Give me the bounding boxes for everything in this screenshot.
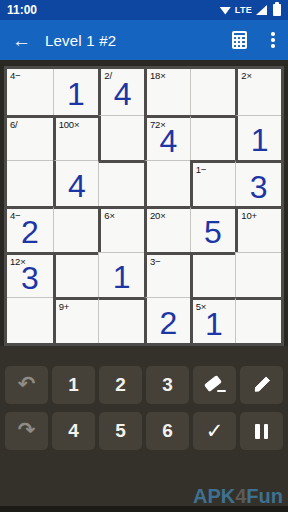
cell-r5c4[interactable]: 3− [144,252,190,298]
calculator-button[interactable] [226,27,252,53]
cage-label: 18× [150,70,166,81]
cell-r2c5[interactable] [190,115,236,161]
keypad-row-1: ↶123 [0,366,288,404]
cell-r4c4[interactable]: 20× [144,206,190,252]
page-title: Level 1 #2 [45,32,116,49]
check-icon: ✓ [206,419,224,443]
cell-r5c1[interactable]: 12×3 [7,252,53,298]
watermark-text: 4 [235,485,246,507]
cell-value: 4 [68,170,86,202]
cell-r3c2[interactable]: 4 [53,160,99,206]
wifi-icon [220,6,231,15]
cell-r4c3[interactable]: 6× [98,206,144,252]
cell-r1c4[interactable]: 18× [144,69,190,115]
screen-bottom-strip [0,506,288,512]
calculator-icon [232,31,247,49]
cell-signal-icon [256,5,267,15]
cell-r4c5[interactable]: 5 [190,206,236,252]
watermark-text: Fun [246,485,283,507]
cell-value: 1 [67,78,85,110]
cell-value: 5 [204,216,222,248]
redo-button[interactable]: ↷ [5,412,48,450]
undo-icon: ↶ [18,372,36,396]
battery-icon [273,4,281,16]
cell-r1c2[interactable]: 1 [53,69,99,115]
cage-label: 20× [150,210,166,221]
cell-value: 4 [159,125,177,157]
cell-r3c6[interactable]: 3 [235,160,281,206]
cell-value: 3 [21,262,39,294]
cell-value: 2 [159,307,177,339]
cage-label: 6× [104,210,114,221]
cell-value: 4 [114,78,132,110]
digit-6-button[interactable]: 6 [146,412,189,450]
cell-r1c6[interactable]: 2× [235,69,281,115]
cell-r1c3[interactable]: 2/4 [98,69,144,115]
cell-r3c3[interactable] [98,160,144,206]
cell-r6c3[interactable] [98,297,144,343]
cell-value: 1 [113,261,131,293]
digit-1-button[interactable]: 1 [52,366,95,404]
cell-r2c1[interactable]: 6/ [7,115,53,161]
cell-r6c4[interactable]: 2 [144,297,190,343]
cell-value: 1 [205,308,223,340]
cell-r4c2[interactable] [53,206,99,252]
eraser-icon [204,375,226,395]
cell-value: 1 [251,124,269,156]
cell-r3c5[interactable]: 1− [190,160,236,206]
eraser-button[interactable] [193,366,236,404]
keypad-row-2: ↷456✓ [0,412,288,450]
cage-label: 3− [150,256,160,267]
cell-r6c5[interactable]: 5×1 [190,297,236,343]
cell-r2c2[interactable]: 100× [53,115,99,161]
cage-label: 2/ [104,70,112,81]
cell-r2c3[interactable] [98,115,144,161]
digit-2-button[interactable]: 2 [99,366,142,404]
cell-value: 3 [250,171,268,203]
redo-icon: ↷ [18,418,36,442]
digit-4-button[interactable]: 4 [52,412,95,450]
pause-button[interactable] [240,412,283,450]
pause-icon [255,424,268,439]
app-screen: 11:00 LTE ← Level 1 #2 4−12/418×2×6/100×… [0,0,288,512]
cell-r2c6[interactable]: 1 [235,115,281,161]
cell-r6c2[interactable]: 9+ [53,297,99,343]
status-icons: LTE [220,4,281,16]
cell-r3c4[interactable] [144,160,190,206]
app-bar: ← Level 1 #2 [0,20,288,60]
cage-label: 9+ [59,301,69,312]
undo-button[interactable]: ↶ [5,366,48,404]
pencil-icon [252,375,272,395]
cell-r5c5[interactable] [190,252,236,298]
cell-r4c6[interactable]: 10+ [235,206,281,252]
cage-label: 1− [196,164,206,175]
cell-value: 2 [21,216,39,248]
cage-label: 2× [241,70,251,81]
cell-r5c3[interactable]: 1 [98,252,144,298]
cage-label: 4− [10,70,20,81]
clock: 11:00 [7,3,37,17]
overflow-menu-button[interactable] [264,29,282,51]
cell-r6c1[interactable] [7,297,53,343]
cage-label: 10+ [241,210,257,221]
network-type-label: LTE [235,5,252,15]
cell-r5c6[interactable] [235,252,281,298]
check-button[interactable]: ✓ [193,412,236,450]
cell-r6c6[interactable] [235,297,281,343]
status-bar: 11:00 LTE [0,0,288,20]
cage-label: 6/ [10,119,18,130]
back-arrow-icon[interactable]: ← [12,31,31,50]
puzzle-grid: 4−12/418×2×6/100×72×4141−34−26×20×510+12… [4,66,284,346]
watermark: APK4Fun [193,485,283,508]
cell-r4c1[interactable]: 4−2 [7,206,53,252]
cage-label: 4− [10,210,20,221]
digit-3-button[interactable]: 3 [146,366,189,404]
cell-r1c1[interactable]: 4− [7,69,53,115]
cell-r5c2[interactable] [53,252,99,298]
keypad: ↶123 ↷456✓ APK4Fun [0,346,288,512]
cell-r3c1[interactable] [7,160,53,206]
cage-label: 100× [59,119,80,130]
watermark-text: APK [193,485,235,507]
digit-5-button[interactable]: 5 [99,412,142,450]
pencil-button[interactable] [240,366,283,404]
cell-r1c5[interactable] [190,69,236,115]
cell-r2c4[interactable]: 72×4 [144,115,190,161]
